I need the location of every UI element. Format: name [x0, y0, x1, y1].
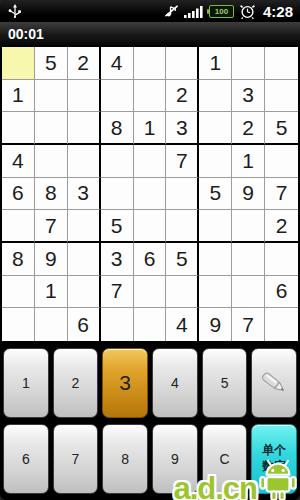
digit-button-3-selected[interactable]: 3 [102, 348, 148, 418]
mode-button-line1: 单个 [262, 443, 286, 459]
sudoku-cell-r5c8[interactable]: 9 [232, 178, 265, 211]
sudoku-cell-r8c4[interactable]: 7 [101, 276, 134, 309]
sudoku-cell-r2c1[interactable]: 1 [2, 80, 35, 113]
status-bar: 100 4:28 [0, 0, 300, 22]
sudoku-cell-r8c1[interactable] [2, 276, 35, 309]
sudoku-cell-r8c9[interactable]: 6 [265, 276, 298, 309]
sudoku-cell-r1c3[interactable]: 2 [68, 47, 101, 80]
sudoku-cell-r7c1[interactable]: 8 [2, 243, 35, 276]
sudoku-cell-r4c7[interactable] [199, 145, 232, 178]
sudoku-cell-r9c5[interactable] [134, 308, 167, 341]
sudoku-cell-r9c3[interactable]: 6 [68, 308, 101, 341]
timer-bar: 00:01 [0, 22, 300, 45]
sudoku-cell-r9c6[interactable]: 4 [166, 308, 199, 341]
keypad-row-1: 1 2 3 4 5 [3, 348, 297, 418]
sudoku-cell-r5c3[interactable]: 3 [68, 178, 101, 211]
elapsed-time: 00:01 [8, 26, 44, 42]
signal-strength-icon [184, 5, 204, 18]
sudoku-cell-r1c8[interactable] [232, 47, 265, 80]
sudoku-cell-r9c8[interactable]: 7 [232, 308, 265, 341]
sudoku-cell-r3c1[interactable] [2, 112, 35, 145]
pencil-icon [257, 366, 291, 400]
sudoku-cell-r2c7[interactable] [199, 80, 232, 113]
sudoku-cell-r2c5[interactable] [134, 80, 167, 113]
digit-button-8[interactable]: 8 [102, 424, 148, 494]
sudoku-cell-r6c6[interactable] [166, 210, 199, 243]
sudoku-cell-r7c9[interactable] [265, 243, 298, 276]
sudoku-cell-r6c8[interactable] [232, 210, 265, 243]
sudoku-cell-r4c9[interactable] [265, 145, 298, 178]
single-digit-mode-button[interactable]: 单个 数字 [251, 424, 297, 494]
sudoku-cell-r2c9[interactable] [265, 80, 298, 113]
sudoku-cell-r5c7[interactable]: 5 [199, 178, 232, 211]
sudoku-cell-r1c5[interactable] [134, 47, 167, 80]
sudoku-cell-r1c6[interactable] [166, 47, 199, 80]
sudoku-cell-r8c5[interactable] [134, 276, 167, 309]
sudoku-cell-r8c3[interactable] [68, 276, 101, 309]
sudoku-cell-r9c9[interactable] [265, 308, 298, 341]
sudoku-cell-r9c7[interactable]: 9 [199, 308, 232, 341]
clock-time: 4:28 [263, 3, 293, 20]
keypad: 1 2 3 4 5 6 7 8 9 C [0, 343, 300, 500]
sudoku-cell-r6c9[interactable]: 2 [265, 210, 298, 243]
sudoku-cell-r5c9[interactable]: 7 [265, 178, 298, 211]
sudoku-cell-r5c6[interactable] [166, 178, 199, 211]
sudoku-cell-r9c2[interactable] [35, 308, 68, 341]
sudoku-cell-r5c5[interactable] [134, 178, 167, 211]
sudoku-cell-r4c2[interactable] [35, 145, 68, 178]
digit-button-6[interactable]: 6 [3, 424, 49, 494]
sudoku-cell-r4c8[interactable]: 1 [232, 145, 265, 178]
sudoku-cell-r6c2[interactable]: 7 [35, 210, 68, 243]
sudoku-cell-r7c5[interactable]: 6 [134, 243, 167, 276]
sudoku-cell-r3c3[interactable] [68, 112, 101, 145]
sudoku-cell-r2c3[interactable] [68, 80, 101, 113]
battery-level: 100 [215, 7, 228, 16]
sudoku-cell-r3c2[interactable] [35, 112, 68, 145]
sudoku-cell-r5c4[interactable] [101, 178, 134, 211]
sudoku-app-screen: 100 4:28 00:01 5241123813254716835977528… [0, 0, 300, 500]
digit-button-1[interactable]: 1 [3, 348, 49, 418]
sudoku-cell-r5c1[interactable]: 6 [2, 178, 35, 211]
sudoku-cell-r4c1[interactable]: 4 [2, 145, 35, 178]
sudoku-cell-r2c8[interactable]: 3 [232, 80, 265, 113]
sudoku-cell-r4c5[interactable] [134, 145, 167, 178]
mode-button-line2: 数字 [262, 459, 286, 475]
digit-button-7[interactable]: 7 [53, 424, 99, 494]
sudoku-cell-r9c4[interactable] [101, 308, 134, 341]
sudoku-cell-r3c7[interactable] [199, 112, 232, 145]
digit-button-4[interactable]: 4 [152, 348, 198, 418]
sudoku-cell-r7c3[interactable] [68, 243, 101, 276]
sudoku-cell-r5c2[interactable]: 8 [35, 178, 68, 211]
usb-icon [7, 3, 23, 19]
sudoku-cell-r8c2[interactable]: 1 [35, 276, 68, 309]
sudoku-cell-r1c4[interactable]: 4 [101, 47, 134, 80]
digit-button-9[interactable]: 9 [152, 424, 198, 494]
sudoku-cell-r7c7[interactable] [199, 243, 232, 276]
sudoku-cell-r6c7[interactable] [199, 210, 232, 243]
digit-button-2[interactable]: 2 [53, 348, 99, 418]
sudoku-cell-r6c3[interactable] [68, 210, 101, 243]
sudoku-cell-r6c1[interactable] [2, 210, 35, 243]
sudoku-cell-r2c6[interactable]: 2 [166, 80, 199, 113]
alarm-clock-icon [239, 3, 256, 20]
clear-button[interactable]: C [202, 424, 248, 494]
sudoku-cell-r8c7[interactable] [199, 276, 232, 309]
sudoku-cell-r1c7[interactable]: 1 [199, 47, 232, 80]
sudoku-cell-r7c6[interactable]: 5 [166, 243, 199, 276]
keypad-row-2: 6 7 8 9 C 单个 数字 [3, 424, 297, 494]
sudoku-cell-r1c1[interactable] [2, 47, 35, 80]
sudoku-cell-r4c6[interactable]: 7 [166, 145, 199, 178]
sudoku-cell-r7c4[interactable]: 3 [101, 243, 134, 276]
sudoku-cell-r3c6[interactable]: 3 [166, 112, 199, 145]
sudoku-cell-r1c9[interactable] [265, 47, 298, 80]
sudoku-cell-r3c8[interactable]: 2 [232, 112, 265, 145]
sudoku-cell-r2c4[interactable] [101, 80, 134, 113]
sudoku-cell-r6c5[interactable] [134, 210, 167, 243]
battery-icon: 100 [209, 5, 234, 18]
sudoku-cell-r8c6[interactable] [166, 276, 199, 309]
sudoku-cell-r4c3[interactable] [68, 145, 101, 178]
sudoku-cell-r3c5[interactable]: 1 [134, 112, 167, 145]
sudoku-cell-r8c8[interactable] [232, 276, 265, 309]
sudoku-cell-r7c8[interactable] [232, 243, 265, 276]
sudoku-cell-r9c1[interactable] [2, 308, 35, 341]
pencil-button[interactable] [251, 348, 297, 418]
sudoku-cell-r7c2[interactable]: 9 [35, 243, 68, 276]
sudoku-board: 524112381325471683597752893651766497 [0, 45, 300, 343]
sudoku-cell-r6c4[interactable]: 5 [101, 210, 134, 243]
sudoku-cell-r2c2[interactable] [35, 80, 68, 113]
digit-button-5[interactable]: 5 [202, 348, 248, 418]
music-muted-icon [164, 4, 179, 18]
sudoku-cell-r4c4[interactable] [101, 145, 134, 178]
sudoku-cell-r3c9[interactable]: 5 [265, 112, 298, 145]
sudoku-cell-r1c2[interactable]: 5 [35, 47, 68, 80]
sudoku-cell-r3c4[interactable]: 8 [101, 112, 134, 145]
